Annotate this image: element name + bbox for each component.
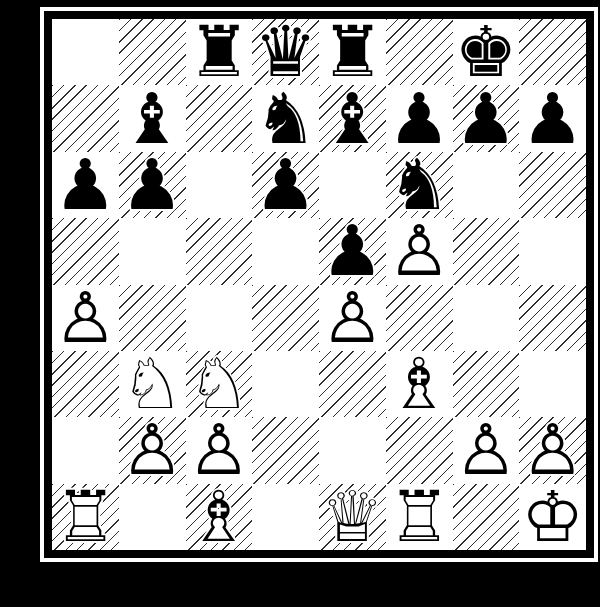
black-pawn-icon[interactable]: ♟	[319, 218, 386, 284]
square-d3[interactable]	[252, 351, 319, 417]
square-b1[interactable]	[119, 484, 186, 550]
square-e1[interactable]: ♛♕	[319, 484, 386, 550]
square-g4[interactable]	[453, 285, 520, 351]
square-d6[interactable]: ♟♟	[252, 152, 319, 218]
square-h4[interactable]	[519, 285, 586, 351]
square-g2[interactable]: ♟♙	[453, 417, 520, 483]
chess-board-frame: ♜♜♛♛♜♜♚♚♝♝♞♞♝♝♟♟♟♟♟♟♟♟♟♟♟♟♞♞♟♟♟♙♟♙♟♙♞♘♞♘…	[40, 7, 598, 562]
square-b5[interactable]	[119, 218, 186, 284]
square-a6[interactable]: ♟♟	[52, 152, 119, 218]
square-a4[interactable]: ♟♙	[52, 285, 119, 351]
square-b7[interactable]: ♝♝	[119, 85, 186, 151]
square-e8[interactable]: ♜♜	[319, 19, 386, 85]
square-b8[interactable]	[119, 19, 186, 85]
square-f7[interactable]: ♟♟	[386, 85, 453, 151]
black-knight-icon[interactable]: ♞	[252, 85, 319, 151]
square-c8[interactable]: ♜♜	[186, 19, 253, 85]
square-h8[interactable]	[519, 19, 586, 85]
square-g6[interactable]	[453, 152, 520, 218]
square-f6[interactable]: ♞♞	[386, 152, 453, 218]
white-pawn-icon[interactable]: ♙	[453, 417, 520, 483]
black-knight-icon[interactable]: ♞	[386, 152, 453, 218]
black-pawn-icon[interactable]: ♟	[386, 85, 453, 151]
square-h5[interactable]	[519, 218, 586, 284]
white-pawn-icon[interactable]: ♙	[519, 417, 586, 483]
black-queen-icon[interactable]: ♛	[252, 19, 319, 85]
white-pawn-icon[interactable]: ♙	[386, 218, 453, 284]
square-c4[interactable]	[186, 285, 253, 351]
square-a7[interactable]	[52, 85, 119, 151]
black-pawn-icon[interactable]: ♟	[252, 152, 319, 218]
square-a5[interactable]	[52, 218, 119, 284]
chess-board-border: ♜♜♛♛♜♜♚♚♝♝♞♞♝♝♟♟♟♟♟♟♟♟♟♟♟♟♞♞♟♟♟♙♟♙♟♙♞♘♞♘…	[44, 11, 594, 558]
square-b2[interactable]: ♟♙	[119, 417, 186, 483]
square-e3[interactable]	[319, 351, 386, 417]
white-pawn-icon[interactable]: ♙	[119, 417, 186, 483]
black-rook-icon[interactable]: ♜	[319, 19, 386, 85]
square-c5[interactable]	[186, 218, 253, 284]
square-b6[interactable]: ♟♟	[119, 152, 186, 218]
square-h6[interactable]	[519, 152, 586, 218]
square-g8[interactable]: ♚♚	[453, 19, 520, 85]
white-bishop-icon[interactable]: ♗	[186, 484, 253, 550]
square-b4[interactable]	[119, 285, 186, 351]
square-f1[interactable]: ♜♖	[386, 484, 453, 550]
square-e4[interactable]: ♟♙	[319, 285, 386, 351]
white-bishop-icon[interactable]: ♗	[386, 351, 453, 417]
square-g1[interactable]	[453, 484, 520, 550]
square-g5[interactable]	[453, 218, 520, 284]
black-king-icon[interactable]: ♚	[453, 19, 520, 85]
square-a2[interactable]	[52, 417, 119, 483]
square-c3[interactable]: ♞♘	[186, 351, 253, 417]
black-bishop-icon[interactable]: ♝	[319, 85, 386, 151]
square-d5[interactable]	[252, 218, 319, 284]
square-e5[interactable]: ♟♟	[319, 218, 386, 284]
square-h1[interactable]: ♚♔	[519, 484, 586, 550]
square-d4[interactable]	[252, 285, 319, 351]
square-g7[interactable]: ♟♟	[453, 85, 520, 151]
white-pawn-icon[interactable]: ♙	[319, 285, 386, 351]
square-h2[interactable]: ♟♙	[519, 417, 586, 483]
square-f8[interactable]	[386, 19, 453, 85]
square-f4[interactable]	[386, 285, 453, 351]
square-c1[interactable]: ♝♗	[186, 484, 253, 550]
white-king-icon[interactable]: ♔	[519, 484, 586, 550]
black-bishop-icon[interactable]: ♝	[119, 85, 186, 151]
square-f2[interactable]	[386, 417, 453, 483]
black-pawn-icon[interactable]: ♟	[52, 152, 119, 218]
square-d8[interactable]: ♛♛	[252, 19, 319, 85]
square-b3[interactable]: ♞♘	[119, 351, 186, 417]
square-h3[interactable]	[519, 351, 586, 417]
black-pawn-icon[interactable]: ♟	[453, 85, 520, 151]
white-rook-icon[interactable]: ♖	[52, 484, 119, 550]
white-knight-icon[interactable]: ♘	[186, 351, 253, 417]
square-a3[interactable]	[52, 351, 119, 417]
square-e6[interactable]	[319, 152, 386, 218]
square-d1[interactable]	[252, 484, 319, 550]
square-c6[interactable]	[186, 152, 253, 218]
square-g3[interactable]	[453, 351, 520, 417]
white-pawn-icon[interactable]: ♙	[186, 417, 253, 483]
white-knight-icon[interactable]: ♘	[119, 351, 186, 417]
square-f5[interactable]: ♟♙	[386, 218, 453, 284]
square-d7[interactable]: ♞♞	[252, 85, 319, 151]
black-rook-icon[interactable]: ♜	[186, 19, 253, 85]
square-h7[interactable]: ♟♟	[519, 85, 586, 151]
white-queen-icon[interactable]: ♕	[319, 484, 386, 550]
square-c7[interactable]	[186, 85, 253, 151]
black-pawn-icon[interactable]: ♟	[119, 152, 186, 218]
square-e2[interactable]	[319, 417, 386, 483]
square-f3[interactable]: ♝♗	[386, 351, 453, 417]
square-a8[interactable]	[52, 19, 119, 85]
square-c2[interactable]: ♟♙	[186, 417, 253, 483]
chess-board: ♜♜♛♛♜♜♚♚♝♝♞♞♝♝♟♟♟♟♟♟♟♟♟♟♟♟♞♞♟♟♟♙♟♙♟♙♞♘♞♘…	[52, 19, 586, 550]
white-rook-icon[interactable]: ♖	[386, 484, 453, 550]
white-pawn-icon[interactable]: ♙	[52, 285, 119, 351]
square-d2[interactable]	[252, 417, 319, 483]
black-pawn-icon[interactable]: ♟	[519, 85, 586, 151]
square-e7[interactable]: ♝♝	[319, 85, 386, 151]
square-a1[interactable]: ♜♖	[52, 484, 119, 550]
